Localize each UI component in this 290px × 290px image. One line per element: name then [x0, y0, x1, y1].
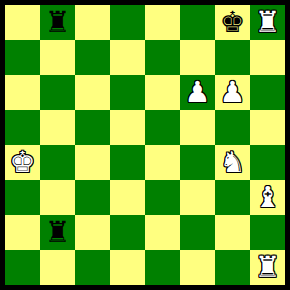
square-f3[interactable]	[180, 180, 215, 215]
square-b3[interactable]	[40, 180, 75, 215]
square-c6[interactable]	[75, 75, 110, 110]
square-h3[interactable]: ♝	[250, 180, 285, 215]
square-f1[interactable]	[180, 250, 215, 285]
square-a3[interactable]	[5, 180, 40, 215]
square-a7[interactable]	[5, 40, 40, 75]
square-c8[interactable]	[75, 5, 110, 40]
square-f8[interactable]	[180, 5, 215, 40]
square-b1[interactable]	[40, 250, 75, 285]
square-b2[interactable]: ♜	[40, 215, 75, 250]
square-d7[interactable]	[110, 40, 145, 75]
white-king[interactable]: ♚	[10, 145, 36, 180]
square-e1[interactable]	[145, 250, 180, 285]
square-d1[interactable]	[110, 250, 145, 285]
square-h4[interactable]	[250, 145, 285, 180]
square-f5[interactable]	[180, 110, 215, 145]
square-e2[interactable]	[145, 215, 180, 250]
chess-board-frame: ♜♚♜♟♟♚♞♝♜♜	[0, 0, 290, 290]
square-g3[interactable]	[215, 180, 250, 215]
square-h2[interactable]	[250, 215, 285, 250]
square-d5[interactable]	[110, 110, 145, 145]
square-g4[interactable]: ♞	[215, 145, 250, 180]
square-e6[interactable]	[145, 75, 180, 110]
black-rook[interactable]: ♜	[45, 5, 71, 40]
square-e4[interactable]	[145, 145, 180, 180]
square-b6[interactable]	[40, 75, 75, 110]
square-h1[interactable]: ♜	[250, 250, 285, 285]
square-g2[interactable]	[215, 215, 250, 250]
chess-board: ♜♚♜♟♟♚♞♝♜♜	[5, 5, 285, 285]
square-b7[interactable]	[40, 40, 75, 75]
square-c2[interactable]	[75, 215, 110, 250]
square-b8[interactable]: ♜	[40, 5, 75, 40]
square-d4[interactable]	[110, 145, 145, 180]
square-g1[interactable]	[215, 250, 250, 285]
square-g8[interactable]: ♚	[215, 5, 250, 40]
square-c7[interactable]	[75, 40, 110, 75]
black-king[interactable]: ♚	[220, 5, 246, 40]
square-d2[interactable]	[110, 215, 145, 250]
square-g7[interactable]	[215, 40, 250, 75]
square-c1[interactable]	[75, 250, 110, 285]
square-e7[interactable]	[145, 40, 180, 75]
square-a4[interactable]: ♚	[5, 145, 40, 180]
white-knight[interactable]: ♞	[220, 145, 246, 180]
square-e5[interactable]	[145, 110, 180, 145]
square-a8[interactable]	[5, 5, 40, 40]
square-b4[interactable]	[40, 145, 75, 180]
square-h5[interactable]	[250, 110, 285, 145]
square-c3[interactable]	[75, 180, 110, 215]
white-pawn[interactable]: ♟	[220, 75, 246, 110]
square-h8[interactable]: ♜	[250, 5, 285, 40]
square-a2[interactable]	[5, 215, 40, 250]
square-d6[interactable]	[110, 75, 145, 110]
square-a1[interactable]	[5, 250, 40, 285]
square-g6[interactable]: ♟	[215, 75, 250, 110]
square-c4[interactable]	[75, 145, 110, 180]
square-d8[interactable]	[110, 5, 145, 40]
square-f6[interactable]: ♟	[180, 75, 215, 110]
square-a5[interactable]	[5, 110, 40, 145]
square-f2[interactable]	[180, 215, 215, 250]
square-h7[interactable]	[250, 40, 285, 75]
square-g5[interactable]	[215, 110, 250, 145]
black-rook[interactable]: ♜	[45, 215, 71, 250]
white-pawn[interactable]: ♟	[185, 75, 211, 110]
square-a6[interactable]	[5, 75, 40, 110]
square-d3[interactable]	[110, 180, 145, 215]
square-e3[interactable]	[145, 180, 180, 215]
square-e8[interactable]	[145, 5, 180, 40]
white-bishop[interactable]: ♝	[255, 180, 281, 215]
square-f7[interactable]	[180, 40, 215, 75]
square-b5[interactable]	[40, 110, 75, 145]
square-c5[interactable]	[75, 110, 110, 145]
white-rook[interactable]: ♜	[255, 250, 281, 285]
square-h6[interactable]	[250, 75, 285, 110]
square-f4[interactable]	[180, 145, 215, 180]
white-rook[interactable]: ♜	[255, 5, 281, 40]
